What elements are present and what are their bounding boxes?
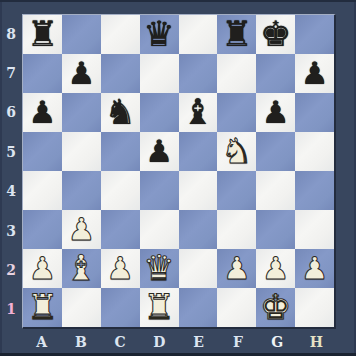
square-g4[interactable] — [256, 171, 295, 210]
square-g2[interactable]: ♟ — [256, 249, 295, 288]
file-label-g: G — [258, 331, 297, 353]
square-h8[interactable] — [295, 15, 334, 54]
square-d6[interactable] — [140, 93, 179, 132]
square-e8[interactable] — [179, 15, 218, 54]
rank-label-5: 5 — [0, 132, 22, 171]
square-a2[interactable]: ♟ — [23, 249, 62, 288]
square-d1[interactable]: ♜ — [140, 288, 179, 327]
square-g6[interactable]: ♟ — [256, 93, 295, 132]
piece-black-knight-c6[interactable]: ♞ — [104, 95, 135, 130]
square-d4[interactable] — [140, 171, 179, 210]
piece-white-knight-f5[interactable]: ♞ — [221, 134, 252, 169]
square-f4[interactable] — [217, 171, 256, 210]
piece-black-rook-a8[interactable]: ♜ — [27, 17, 58, 52]
square-e7[interactable] — [179, 54, 218, 93]
square-e1[interactable] — [179, 288, 218, 327]
square-c8[interactable] — [101, 15, 140, 54]
square-h2[interactable]: ♟ — [295, 249, 334, 288]
piece-white-pawn-f2[interactable]: ♟ — [223, 253, 251, 284]
file-label-e: E — [179, 331, 218, 353]
chess-board: ♜♛♜♚♟♟♟♞♝♟♟♞♟♟♝♟♛♟♟♟♜♜♚ — [22, 14, 336, 329]
square-f2[interactable]: ♟ — [217, 249, 256, 288]
rank-label-2: 2 — [0, 250, 22, 289]
square-a8[interactable]: ♜ — [23, 15, 62, 54]
square-f1[interactable] — [217, 288, 256, 327]
square-g7[interactable] — [256, 54, 295, 93]
square-f5[interactable]: ♞ — [217, 132, 256, 171]
square-c4[interactable] — [101, 171, 140, 210]
rank-label-4: 4 — [0, 172, 22, 211]
square-h6[interactable] — [295, 93, 334, 132]
piece-black-king-g8[interactable]: ♚ — [260, 17, 291, 52]
piece-white-pawn-b3[interactable]: ♟ — [67, 214, 95, 245]
file-label-h: H — [297, 331, 336, 353]
square-f7[interactable] — [217, 54, 256, 93]
square-d7[interactable] — [140, 54, 179, 93]
piece-white-king-g1[interactable]: ♚ — [260, 290, 291, 325]
file-label-a: A — [22, 331, 61, 353]
square-c7[interactable] — [101, 54, 140, 93]
piece-white-rook-a1[interactable]: ♜ — [27, 290, 58, 325]
piece-white-pawn-g2[interactable]: ♟ — [262, 253, 290, 284]
piece-black-bishop-e6[interactable]: ♝ — [182, 95, 213, 130]
piece-black-queen-d8[interactable]: ♛ — [143, 17, 174, 52]
square-d8[interactable]: ♛ — [140, 15, 179, 54]
square-f6[interactable] — [217, 93, 256, 132]
board-frame: 87654321 ♜♛♜♚♟♟♟♞♝♟♟♞♟♟♝♟♛♟♟♟♜♜♚ ABCDEFG… — [0, 0, 356, 356]
square-c5[interactable] — [101, 132, 140, 171]
square-a6[interactable]: ♟ — [23, 93, 62, 132]
square-c3[interactable] — [101, 210, 140, 249]
file-labels: ABCDEFGH — [22, 331, 336, 353]
rank-label-8: 8 — [0, 14, 22, 53]
square-c6[interactable]: ♞ — [101, 93, 140, 132]
piece-black-pawn-g6[interactable]: ♟ — [262, 97, 290, 128]
square-f8[interactable]: ♜ — [217, 15, 256, 54]
piece-white-pawn-h2[interactable]: ♟ — [301, 253, 329, 284]
piece-black-pawn-a6[interactable]: ♟ — [29, 97, 57, 128]
square-g5[interactable] — [256, 132, 295, 171]
square-c1[interactable] — [101, 288, 140, 327]
square-h1[interactable] — [295, 288, 334, 327]
square-h4[interactable] — [295, 171, 334, 210]
piece-black-pawn-b7[interactable]: ♟ — [67, 58, 95, 89]
square-a5[interactable] — [23, 132, 62, 171]
square-c2[interactable]: ♟ — [101, 249, 140, 288]
rank-labels: 87654321 — [0, 14, 22, 329]
square-a3[interactable] — [23, 210, 62, 249]
square-b2[interactable]: ♝ — [62, 249, 101, 288]
square-b1[interactable] — [62, 288, 101, 327]
square-h5[interactable] — [295, 132, 334, 171]
piece-white-pawn-c2[interactable]: ♟ — [106, 253, 134, 284]
square-a1[interactable]: ♜ — [23, 288, 62, 327]
square-d2[interactable]: ♛ — [140, 249, 179, 288]
square-g1[interactable]: ♚ — [256, 288, 295, 327]
square-e6[interactable]: ♝ — [179, 93, 218, 132]
file-label-b: B — [61, 331, 100, 353]
piece-black-rook-f8[interactable]: ♜ — [221, 17, 252, 52]
rank-label-6: 6 — [0, 93, 22, 132]
file-label-d: D — [140, 331, 179, 353]
square-a7[interactable] — [23, 54, 62, 93]
piece-black-pawn-h7[interactable]: ♟ — [301, 58, 329, 89]
piece-white-rook-d1[interactable]: ♜ — [143, 290, 174, 325]
piece-white-bishop-b2[interactable]: ♝ — [66, 251, 97, 286]
piece-white-queen-d2[interactable]: ♛ — [143, 251, 174, 286]
square-e3[interactable] — [179, 210, 218, 249]
square-e2[interactable] — [179, 249, 218, 288]
square-f3[interactable] — [217, 210, 256, 249]
square-b4[interactable] — [62, 171, 101, 210]
square-b7[interactable]: ♟ — [62, 54, 101, 93]
piece-black-pawn-d5[interactable]: ♟ — [145, 136, 173, 167]
square-e4[interactable] — [179, 171, 218, 210]
square-e5[interactable] — [179, 132, 218, 171]
file-label-f: F — [218, 331, 257, 353]
square-b8[interactable] — [62, 15, 101, 54]
square-b5[interactable] — [62, 132, 101, 171]
square-h3[interactable] — [295, 210, 334, 249]
rank-label-3: 3 — [0, 211, 22, 250]
square-g3[interactable] — [256, 210, 295, 249]
piece-white-pawn-a2[interactable]: ♟ — [29, 253, 57, 284]
square-b6[interactable] — [62, 93, 101, 132]
square-d5[interactable]: ♟ — [140, 132, 179, 171]
square-h7[interactable]: ♟ — [295, 54, 334, 93]
square-g8[interactable]: ♚ — [256, 15, 295, 54]
square-a4[interactable] — [23, 171, 62, 210]
square-b3[interactable]: ♟ — [62, 210, 101, 249]
file-label-c: C — [101, 331, 140, 353]
square-d3[interactable] — [140, 210, 179, 249]
rank-label-1: 1 — [0, 290, 22, 329]
rank-label-7: 7 — [0, 53, 22, 92]
